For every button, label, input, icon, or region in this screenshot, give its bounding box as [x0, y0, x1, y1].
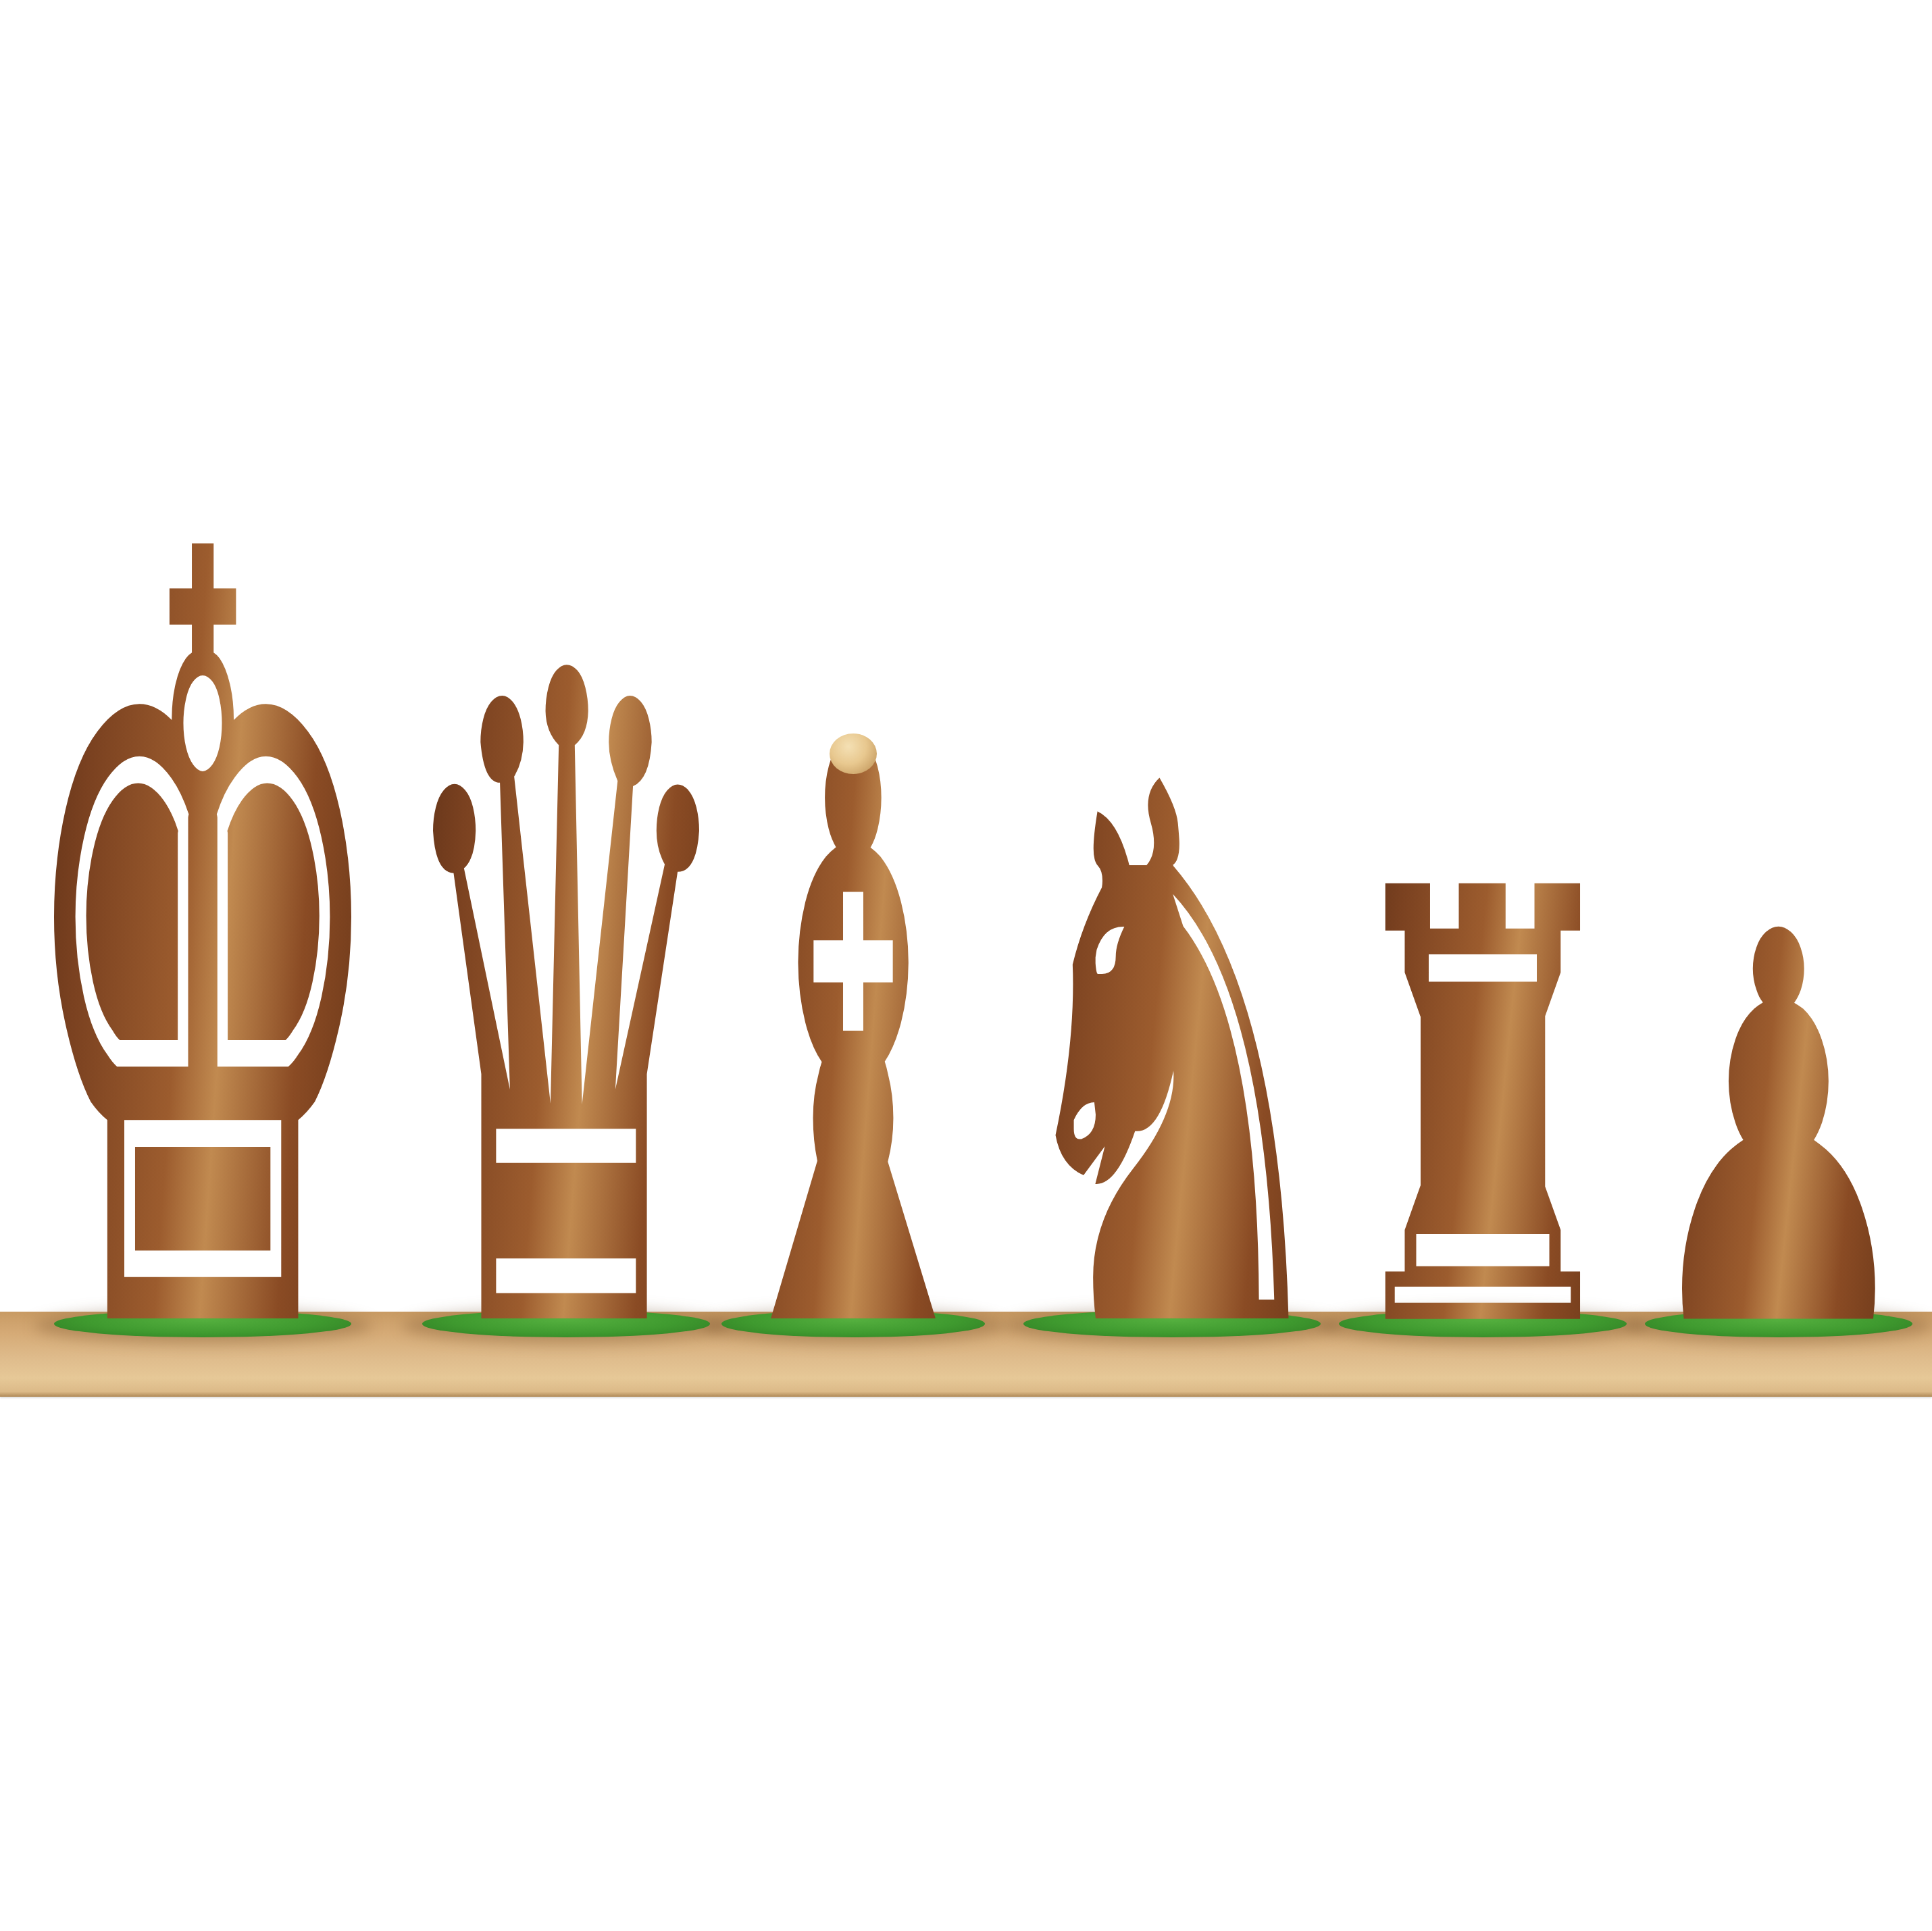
- product-photo-stage: ♚ ♛ ♝ ♞ ♜ ♟: [0, 0, 1932, 1931]
- rook-piece: ♜: [1327, 814, 1637, 1410]
- bishop-finial-ball: [830, 733, 877, 774]
- knight-piece: ♞: [990, 692, 1354, 1433]
- queen-piece: ♛: [390, 561, 743, 1456]
- pawn-piece: ♟: [1634, 864, 1923, 1401]
- king-piece: ♚: [12, 421, 392, 1482]
